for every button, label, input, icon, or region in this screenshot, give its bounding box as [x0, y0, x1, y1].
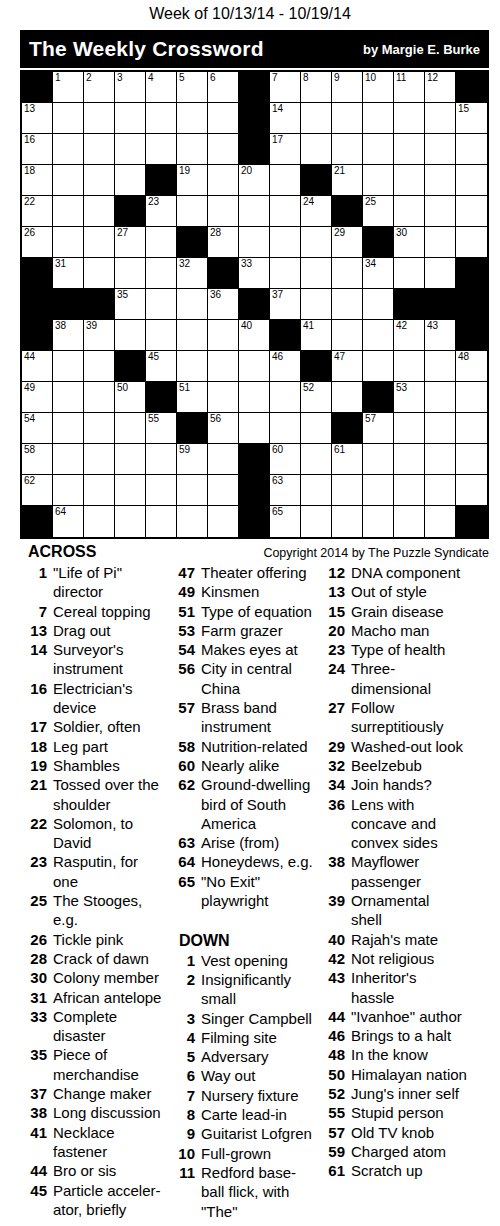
clue-number: 59 — [325, 1142, 351, 1161]
clue-text: Charged atom — [351, 1142, 446, 1161]
clue-number: 44 — [25, 1161, 53, 1180]
cell-number: 34 — [365, 258, 376, 270]
grid-cell[interactable] — [177, 103, 208, 134]
across-clue-35: 35Piece ofmerchandise — [25, 1045, 173, 1084]
down-clue-4: 4Filming site — [173, 1028, 325, 1047]
block-cell — [22, 506, 53, 537]
cell-number: 55 — [148, 413, 159, 425]
down-clue-52: 52Jung's inner self — [325, 1084, 500, 1103]
down-clue-2: 2Insignificantlysmall — [173, 970, 325, 1009]
grid-cell[interactable] — [425, 506, 456, 537]
grid-cell[interactable]: 57 — [363, 413, 394, 444]
clue-number: 13 — [25, 621, 53, 640]
grid-cell[interactable] — [177, 351, 208, 382]
grid-cell[interactable] — [425, 227, 456, 258]
grid-cell[interactable] — [239, 196, 270, 227]
clue-text: Piece ofmerchandise — [53, 1045, 139, 1084]
byline: by Margie E. Burke — [363, 42, 480, 57]
grid-cell[interactable]: 13 — [22, 103, 53, 134]
block-cell — [332, 413, 363, 444]
grid-cell[interactable]: 7 — [270, 72, 301, 103]
grid-cell[interactable] — [456, 165, 487, 196]
grid-cell[interactable] — [394, 506, 425, 537]
grid-cell[interactable] — [53, 227, 84, 258]
grid-cell[interactable]: 21 — [332, 165, 363, 196]
grid-cell[interactable]: 15 — [456, 103, 487, 134]
block-cell — [456, 72, 487, 103]
clue-text: Electrician'sdevice — [53, 679, 133, 718]
grid-cell[interactable] — [146, 444, 177, 475]
grid-cell[interactable] — [84, 506, 115, 537]
down-header: DOWN — [179, 931, 325, 950]
clue-text: Tickle pink — [53, 930, 123, 949]
cell-number: 38 — [55, 320, 66, 332]
cell-number: 15 — [458, 103, 469, 115]
grid-cell[interactable]: 49 — [22, 382, 53, 413]
down-clue-27: 27Followsurreptitiously — [325, 698, 500, 737]
grid-cell[interactable]: 9 — [332, 72, 363, 103]
grid-cell[interactable] — [115, 258, 146, 289]
grid-cell[interactable]: 20 — [239, 165, 270, 196]
grid-cell[interactable] — [425, 103, 456, 134]
grid-cell[interactable]: 48 — [456, 351, 487, 382]
grid-cell[interactable] — [363, 444, 394, 475]
clue-number: 51 — [173, 602, 201, 621]
grid-cell[interactable] — [146, 506, 177, 537]
grid-cell[interactable]: 46 — [270, 351, 301, 382]
grid-cell[interactable] — [53, 475, 84, 506]
grid-cell[interactable] — [84, 134, 115, 165]
grid-cell[interactable] — [84, 258, 115, 289]
grid-cell[interactable] — [84, 351, 115, 382]
grid-cell[interactable] — [208, 165, 239, 196]
grid-cell[interactable] — [425, 134, 456, 165]
grid-cell[interactable] — [270, 165, 301, 196]
grid-cell[interactable]: 54 — [22, 413, 53, 444]
grid-cell[interactable] — [456, 382, 487, 413]
grid-cell[interactable] — [394, 413, 425, 444]
grid-cell[interactable] — [115, 475, 146, 506]
grid-cell[interactable] — [53, 196, 84, 227]
grid-cell[interactable] — [208, 475, 239, 506]
grid-cell[interactable]: 64 — [53, 506, 84, 537]
grid-cell[interactable] — [363, 320, 394, 351]
clue-number: 64 — [173, 852, 201, 871]
grid-cell[interactable] — [53, 444, 84, 475]
clue-text: DNA component — [351, 563, 460, 582]
grid-cell[interactable]: 45 — [146, 351, 177, 382]
grid-cell[interactable] — [332, 134, 363, 165]
clue-number: 23 — [25, 852, 53, 891]
grid-cell[interactable] — [394, 475, 425, 506]
grid-cell[interactable] — [456, 475, 487, 506]
grid-cell[interactable] — [115, 320, 146, 351]
grid-cell[interactable]: 27 — [115, 227, 146, 258]
grid-cell[interactable] — [394, 103, 425, 134]
grid-cell[interactable]: 16 — [22, 134, 53, 165]
grid-cell[interactable] — [177, 506, 208, 537]
clue-text: African antelope — [53, 988, 161, 1007]
grid-cell[interactable] — [115, 165, 146, 196]
grid-cell[interactable]: 63 — [270, 475, 301, 506]
grid-cell[interactable] — [425, 444, 456, 475]
grid-cell[interactable] — [394, 444, 425, 475]
grid-cell[interactable]: 61 — [332, 444, 363, 475]
grid-cell[interactable] — [301, 227, 332, 258]
grid-cell[interactable] — [84, 413, 115, 444]
grid-cell[interactable] — [115, 444, 146, 475]
across-clue-51: 51Type of equation — [173, 602, 325, 621]
grid-cell[interactable]: 24 — [301, 196, 332, 227]
grid-cell[interactable]: 25 — [363, 196, 394, 227]
grid-cell[interactable]: 4 — [146, 72, 177, 103]
cell-number: 48 — [458, 351, 469, 363]
clue-number: 23 — [325, 640, 351, 659]
grid-cell[interactable]: 35 — [115, 289, 146, 320]
down-clue-24: 24Three-dimensional — [325, 659, 500, 698]
grid-cell[interactable]: 3 — [115, 72, 146, 103]
grid-cell[interactable] — [270, 413, 301, 444]
grid-cell[interactable]: 53 — [394, 382, 425, 413]
grid-cell[interactable] — [239, 413, 270, 444]
clue-number: 53 — [173, 621, 201, 640]
cell-number: 17 — [272, 134, 283, 146]
grid-cell[interactable]: 51 — [177, 382, 208, 413]
grid-cell[interactable] — [115, 413, 146, 444]
grid-cell[interactable] — [84, 444, 115, 475]
grid-cell[interactable] — [84, 382, 115, 413]
grid-cell[interactable] — [208, 444, 239, 475]
clue-text: Scratch up — [351, 1161, 423, 1180]
cell-number: 24 — [303, 196, 314, 208]
clue-number: 5 — [173, 1047, 201, 1066]
grid-cell[interactable]: 18 — [22, 165, 53, 196]
cell-number: 50 — [117, 382, 128, 394]
grid-cell[interactable] — [456, 444, 487, 475]
down-clue-7: 7Nursery fixture — [173, 1086, 325, 1105]
down-clue-38: 38Mayflowerpassenger — [325, 852, 500, 891]
grid-cell[interactable]: 17 — [270, 134, 301, 165]
cell-number: 30 — [396, 227, 407, 239]
clue-number: 38 — [325, 852, 351, 891]
grid-cell[interactable] — [53, 103, 84, 134]
grid-cell[interactable] — [425, 258, 456, 289]
grid-cell[interactable]: 50 — [115, 382, 146, 413]
grid-cell[interactable] — [425, 351, 456, 382]
grid-cell[interactable] — [208, 320, 239, 351]
grid-cell[interactable] — [146, 289, 177, 320]
grid-cell[interactable] — [332, 320, 363, 351]
clue-text: Surveyor'sinstrument — [53, 640, 123, 679]
across-clue-26: 26Tickle pink — [25, 930, 173, 949]
grid-cell[interactable] — [84, 165, 115, 196]
grid-cell[interactable] — [425, 196, 456, 227]
grid-cell[interactable] — [301, 506, 332, 537]
clue-number: 6 — [173, 1066, 201, 1085]
grid-cell[interactable] — [115, 103, 146, 134]
grid-cell[interactable]: 56 — [208, 413, 239, 444]
grid-cell[interactable]: 36 — [208, 289, 239, 320]
grid-cell[interactable]: 59 — [177, 444, 208, 475]
down-clue-23: 23Type of health — [325, 640, 500, 659]
grid-cell[interactable] — [363, 289, 394, 320]
grid-cell[interactable]: 34 — [363, 258, 394, 289]
grid-cell[interactable] — [208, 382, 239, 413]
grid-cell[interactable]: 55 — [146, 413, 177, 444]
grid-cell[interactable] — [363, 103, 394, 134]
clue-text: Grain disease — [351, 602, 444, 621]
down-clue-42: 42Not religious — [325, 949, 500, 968]
clue-number: 60 — [173, 756, 201, 775]
grid-cell[interactable] — [425, 165, 456, 196]
clue-number: 27 — [325, 698, 351, 737]
clue-text: "No Exit"playwright — [201, 872, 269, 911]
grid-cell[interactable] — [301, 444, 332, 475]
grid-cell[interactable] — [301, 475, 332, 506]
grid-cell[interactable] — [146, 258, 177, 289]
clue-text: City in centralChina — [201, 659, 292, 698]
grid-cell[interactable]: 12 — [425, 72, 456, 103]
grid-cell[interactable] — [456, 413, 487, 444]
clue-number: 48 — [325, 1045, 351, 1064]
clue-text: Nutrition-related — [201, 737, 308, 756]
grid-cell[interactable]: 5 — [177, 72, 208, 103]
grid-cell[interactable] — [208, 134, 239, 165]
grid-cell[interactable] — [53, 165, 84, 196]
grid-cell[interactable] — [394, 165, 425, 196]
cell-number: 23 — [148, 196, 159, 208]
grid-cell[interactable]: 44 — [22, 351, 53, 382]
cell-number: 22 — [24, 196, 35, 208]
grid-cell[interactable]: 19 — [177, 165, 208, 196]
block-cell — [146, 165, 177, 196]
down-clue-44: 44"Ivanhoe" author — [325, 1007, 500, 1026]
grid-cell[interactable] — [115, 134, 146, 165]
grid-cell[interactable] — [270, 196, 301, 227]
grid-cell[interactable] — [177, 134, 208, 165]
grid-cell[interactable] — [239, 351, 270, 382]
block-cell — [456, 258, 487, 289]
grid-cell[interactable] — [425, 413, 456, 444]
clue-number: 1 — [173, 951, 201, 970]
cell-number: 4 — [148, 72, 154, 84]
clue-text: Vest opening — [201, 951, 288, 970]
down-clue-46: 46Brings to a halt — [325, 1026, 500, 1045]
clue-number: 62 — [173, 775, 201, 833]
clue-number: 50 — [325, 1065, 351, 1084]
grid-cell[interactable]: 41 — [301, 320, 332, 351]
grid-cell[interactable]: 32 — [177, 258, 208, 289]
clue-text: Soldier, often — [53, 717, 141, 736]
grid-cell[interactable]: 1 — [53, 72, 84, 103]
grid-cell[interactable] — [332, 382, 363, 413]
grid-cell[interactable] — [84, 103, 115, 134]
grid-cell[interactable] — [332, 289, 363, 320]
cell-number: 18 — [24, 165, 35, 177]
grid-cell[interactable] — [332, 475, 363, 506]
block-cell — [84, 289, 115, 320]
block-cell — [22, 258, 53, 289]
grid-cell[interactable] — [53, 413, 84, 444]
grid-cell[interactable] — [425, 475, 456, 506]
grid-cell[interactable] — [115, 506, 146, 537]
grid-cell[interactable] — [363, 165, 394, 196]
grid-cell[interactable] — [146, 134, 177, 165]
grid-cell[interactable] — [394, 196, 425, 227]
cell-number: 12 — [427, 72, 438, 84]
clue-text: Solomon, toDavid — [53, 814, 133, 853]
grid-cell[interactable] — [208, 506, 239, 537]
grid-cell[interactable] — [53, 351, 84, 382]
grid-cell[interactable]: 8 — [301, 72, 332, 103]
clue-number: 39 — [325, 891, 351, 930]
block-cell — [456, 506, 487, 537]
clue-number: 49 — [173, 582, 201, 601]
grid-cell[interactable] — [239, 227, 270, 258]
grid-cell[interactable] — [301, 103, 332, 134]
grid-cell[interactable] — [84, 475, 115, 506]
grid-cell[interactable] — [177, 196, 208, 227]
clue-number: 19 — [25, 756, 53, 775]
block-cell — [301, 351, 332, 382]
clue-number: 10 — [173, 1144, 201, 1163]
across-clue-63: 63Arise (from) — [173, 833, 325, 852]
copyright: Copyright 2014 by The Puzzle Syndicate — [263, 546, 489, 560]
grid-cell[interactable] — [177, 475, 208, 506]
grid-cell[interactable]: 47 — [332, 351, 363, 382]
clue-text: In the know — [351, 1045, 428, 1064]
grid-cell[interactable]: 29 — [332, 227, 363, 258]
across-clue-58: 58Nutrition-related — [173, 737, 325, 756]
cell-number: 9 — [334, 72, 340, 84]
clue-number: 56 — [173, 659, 201, 698]
grid-cell[interactable] — [208, 196, 239, 227]
grid-cell[interactable]: 33 — [239, 258, 270, 289]
grid-cell[interactable]: 37 — [270, 289, 301, 320]
clue-number: 38 — [25, 1103, 53, 1122]
grid-cell[interactable] — [84, 227, 115, 258]
cell-number: 63 — [272, 475, 283, 487]
grid-cell[interactable] — [301, 289, 332, 320]
grid-cell[interactable]: 38 — [53, 320, 84, 351]
across-clues-continued: 47Theater offering49Kinsmen51Type of equ… — [173, 563, 325, 910]
grid-cell[interactable] — [301, 134, 332, 165]
grid-cell[interactable]: 60 — [270, 444, 301, 475]
grid-cell[interactable] — [456, 227, 487, 258]
across-clue-64: 64Honeydews, e.g. — [173, 852, 325, 871]
across-clue-16: 16Electrician'sdevice — [25, 679, 173, 718]
grid-cell[interactable] — [270, 227, 301, 258]
grid-cell[interactable] — [456, 196, 487, 227]
clue-text: Cereal topping — [53, 602, 151, 621]
grid-cell[interactable]: 11 — [394, 72, 425, 103]
across-clue-28: 28Crack of dawn — [25, 949, 173, 968]
clue-text: "Ivanhoe" author — [351, 1007, 462, 1026]
cell-number: 3 — [117, 72, 123, 84]
grid-cell[interactable] — [239, 382, 270, 413]
grid-cell[interactable] — [394, 258, 425, 289]
grid-cell[interactable] — [208, 103, 239, 134]
grid-cell[interactable] — [332, 506, 363, 537]
grid-cell[interactable]: 52 — [301, 382, 332, 413]
clue-text: Type of health — [351, 640, 445, 659]
grid-cell[interactable]: 42 — [394, 320, 425, 351]
cell-number: 16 — [24, 134, 35, 146]
clue-number: 15 — [325, 602, 351, 621]
grid-cell[interactable]: 2 — [84, 72, 115, 103]
grid-cell[interactable] — [146, 227, 177, 258]
grid-cell[interactable]: 22 — [22, 196, 53, 227]
clue-number: 41 — [25, 1123, 53, 1162]
grid-cell[interactable]: 43 — [425, 320, 456, 351]
grid-cell[interactable]: 26 — [22, 227, 53, 258]
down-clue-20: 20Macho man — [325, 621, 500, 640]
grid-cell[interactable]: 31 — [53, 258, 84, 289]
across-clue-31: 31African antelope — [25, 988, 173, 1007]
grid-cell[interactable] — [425, 382, 456, 413]
grid-cell[interactable] — [146, 103, 177, 134]
grid-cell[interactable]: 28 — [208, 227, 239, 258]
across-clue-33: 33Completedisaster — [25, 1007, 173, 1046]
grid-cell[interactable]: 58 — [22, 444, 53, 475]
grid-cell[interactable] — [53, 134, 84, 165]
grid-cell[interactable]: 62 — [22, 475, 53, 506]
grid-cell[interactable] — [363, 134, 394, 165]
cell-number: 46 — [272, 351, 283, 363]
grid-cell[interactable] — [84, 196, 115, 227]
grid-cell[interactable]: 6 — [208, 72, 239, 103]
grid-cell[interactable]: 10 — [363, 72, 394, 103]
grid-cell[interactable] — [363, 351, 394, 382]
grid-cell[interactable] — [177, 289, 208, 320]
grid-cell[interactable]: 30 — [394, 227, 425, 258]
grid-cell[interactable] — [146, 475, 177, 506]
grid-cell[interactable] — [177, 320, 208, 351]
grid-cell[interactable] — [146, 320, 177, 351]
cell-number: 51 — [179, 382, 190, 394]
clue-number: 61 — [325, 1161, 351, 1180]
clue-number: 24 — [325, 659, 351, 698]
clue-number: 31 — [25, 988, 53, 1007]
grid-cell[interactable]: 39 — [84, 320, 115, 351]
grid-cell[interactable] — [301, 258, 332, 289]
down-clue-57: 57Old TV knob — [325, 1123, 500, 1142]
grid-cell[interactable] — [394, 134, 425, 165]
grid-cell[interactable]: 14 — [270, 103, 301, 134]
grid-cell[interactable] — [53, 382, 84, 413]
grid-cell[interactable]: 23 — [146, 196, 177, 227]
clue-number: 34 — [325, 775, 351, 794]
grid-cell[interactable]: 40 — [239, 320, 270, 351]
block-cell — [22, 72, 53, 103]
grid-cell[interactable] — [270, 258, 301, 289]
block-cell — [394, 289, 425, 320]
title-bar: The Weekly Crossword by Margie E. Burke — [20, 30, 489, 68]
grid-cell[interactable] — [270, 382, 301, 413]
cell-number: 45 — [148, 351, 159, 363]
grid-cell[interactable] — [456, 134, 487, 165]
grid-cell[interactable] — [363, 475, 394, 506]
grid-cell[interactable]: 65 — [270, 506, 301, 537]
clue-text: Brings to a halt — [351, 1026, 451, 1045]
grid-cell[interactable] — [332, 258, 363, 289]
grid-cell[interactable] — [394, 351, 425, 382]
grid-cell[interactable] — [332, 103, 363, 134]
grid-cell[interactable] — [208, 351, 239, 382]
grid-cell[interactable] — [363, 506, 394, 537]
week-range: Week of 10/13/14 - 10/19/14 — [0, 0, 500, 25]
grid-cell[interactable] — [301, 413, 332, 444]
